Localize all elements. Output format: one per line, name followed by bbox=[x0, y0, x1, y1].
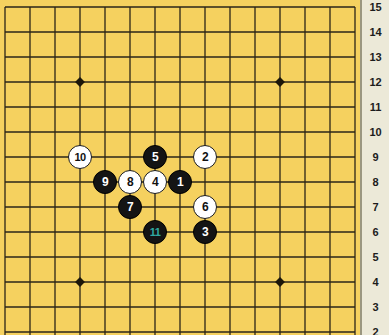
stone-black-3[interactable]: 3 bbox=[193, 220, 217, 244]
stone-black-11[interactable]: 11 bbox=[143, 220, 167, 244]
stone-white-2[interactable]: 2 bbox=[193, 145, 217, 169]
ruler-label-3: 3 bbox=[362, 301, 389, 313]
board-grid bbox=[0, 0, 360, 335]
stone-black-5[interactable]: 5 bbox=[143, 145, 167, 169]
stone-black-7[interactable]: 7 bbox=[118, 195, 142, 219]
ruler-label-13: 13 bbox=[362, 51, 389, 63]
stone-white-8[interactable]: 8 bbox=[118, 170, 142, 194]
go-diagram-window: 1234567891011 15141312111098765432 bbox=[0, 0, 389, 335]
stone-white-4[interactable]: 4 bbox=[143, 170, 167, 194]
ruler-label-5: 5 bbox=[362, 251, 389, 263]
stone-black-1[interactable]: 1 bbox=[168, 170, 192, 194]
ruler-label-12: 12 bbox=[362, 76, 389, 88]
stone-black-9[interactable]: 9 bbox=[93, 170, 117, 194]
stone-white-10[interactable]: 10 bbox=[68, 145, 92, 169]
go-board[interactable]: 1234567891011 bbox=[0, 0, 360, 335]
ruler-label-9: 9 bbox=[362, 151, 389, 163]
ruler-label-15: 15 bbox=[362, 1, 389, 13]
ruler-label-7: 7 bbox=[362, 201, 389, 213]
ruler-label-14: 14 bbox=[362, 26, 389, 38]
ruler-label-10: 10 bbox=[362, 126, 389, 138]
stone-white-6[interactable]: 6 bbox=[193, 195, 217, 219]
ruler-label-4: 4 bbox=[362, 276, 389, 288]
row-coordinate-ruler: 15141312111098765432 bbox=[360, 0, 389, 335]
ruler-label-8: 8 bbox=[362, 176, 389, 188]
ruler-label-11: 11 bbox=[362, 101, 389, 113]
ruler-label-6: 6 bbox=[362, 226, 389, 238]
ruler-label-2: 2 bbox=[362, 326, 389, 335]
